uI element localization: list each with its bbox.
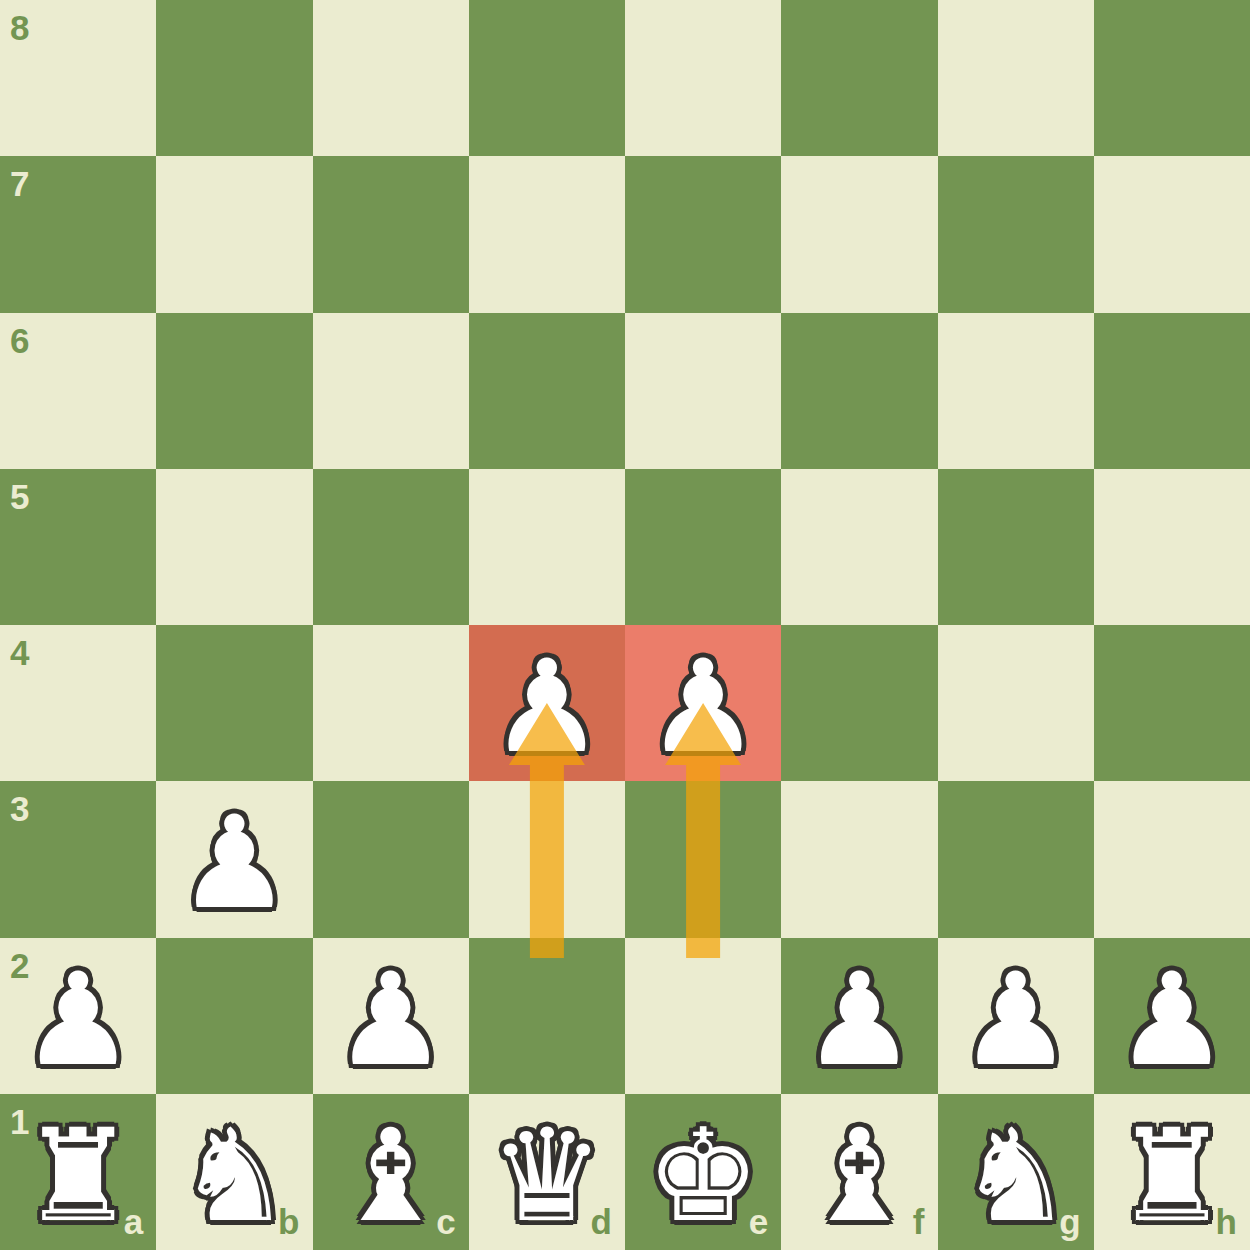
square-f4[interactable] (781, 625, 937, 781)
white-pawn-glyph: ♟ (21, 942, 136, 1098)
piece-white-bishop-f1[interactable]: ♝ (781, 1094, 937, 1250)
square-d5[interactable] (469, 469, 625, 625)
square-h8[interactable] (1094, 0, 1250, 156)
chess-board: 87654321abcdefgh♜♞♝♛♚♝♞♜♟♟♟♟♟♟♟♟ (0, 0, 1250, 1250)
white-king-glyph: ♚ (646, 1098, 761, 1250)
square-c6[interactable] (313, 313, 469, 469)
rank-label-3: 3 (10, 791, 29, 826)
square-d2[interactable] (469, 938, 625, 1094)
square-c8[interactable] (313, 0, 469, 156)
white-queen-glyph: ♛ (490, 1098, 605, 1250)
white-knight-glyph: ♞ (177, 1098, 292, 1250)
rank-label-7: 7 (10, 166, 29, 201)
white-rook-glyph: ♜ (21, 1098, 136, 1250)
white-pawn-glyph: ♟ (490, 629, 605, 785)
piece-white-pawn-c2[interactable]: ♟ (313, 938, 469, 1094)
square-h3[interactable] (1094, 781, 1250, 937)
square-e2[interactable] (625, 938, 781, 1094)
square-b5[interactable] (156, 469, 312, 625)
piece-white-rook-h1[interactable]: ♜ (1094, 1094, 1250, 1250)
square-f5[interactable] (781, 469, 937, 625)
square-f6[interactable] (781, 313, 937, 469)
white-bishop-glyph: ♝ (333, 1098, 448, 1250)
square-h7[interactable] (1094, 156, 1250, 312)
rank-label-5: 5 (10, 479, 29, 514)
white-knight-glyph: ♞ (958, 1098, 1073, 1250)
piece-white-knight-b1[interactable]: ♞ (156, 1094, 312, 1250)
square-f7[interactable] (781, 156, 937, 312)
square-c3[interactable] (313, 781, 469, 937)
square-g6[interactable] (938, 313, 1094, 469)
square-h5[interactable] (1094, 469, 1250, 625)
square-e3[interactable] (625, 781, 781, 937)
square-g8[interactable] (938, 0, 1094, 156)
white-pawn-glyph: ♟ (333, 942, 448, 1098)
rank-label-8: 8 (10, 10, 29, 45)
piece-white-king-e1[interactable]: ♚ (625, 1094, 781, 1250)
white-pawn-glyph: ♟ (177, 785, 292, 941)
square-e5[interactable] (625, 469, 781, 625)
square-c4[interactable] (313, 625, 469, 781)
white-pawn-glyph: ♟ (646, 629, 761, 785)
square-c5[interactable] (313, 469, 469, 625)
square-f3[interactable] (781, 781, 937, 937)
rank-label-6: 6 (10, 323, 29, 358)
white-pawn-glyph: ♟ (958, 942, 1073, 1098)
square-h6[interactable] (1094, 313, 1250, 469)
square-g7[interactable] (938, 156, 1094, 312)
rank-label-4: 4 (10, 635, 29, 670)
piece-white-pawn-a2[interactable]: ♟ (0, 938, 156, 1094)
square-e7[interactable] (625, 156, 781, 312)
square-d6[interactable] (469, 313, 625, 469)
square-g5[interactable] (938, 469, 1094, 625)
square-g3[interactable] (938, 781, 1094, 937)
white-rook-glyph: ♜ (1115, 1098, 1230, 1250)
square-b2[interactable] (156, 938, 312, 1094)
piece-white-pawn-e4[interactable]: ♟ (625, 625, 781, 781)
square-b7[interactable] (156, 156, 312, 312)
piece-white-knight-g1[interactable]: ♞ (938, 1094, 1094, 1250)
white-pawn-glyph: ♟ (1115, 942, 1230, 1098)
square-b8[interactable] (156, 0, 312, 156)
piece-white-queen-d1[interactable]: ♛ (469, 1094, 625, 1250)
piece-white-pawn-f2[interactable]: ♟ (781, 938, 937, 1094)
white-pawn-glyph: ♟ (802, 942, 917, 1098)
square-d8[interactable] (469, 0, 625, 156)
square-c7[interactable] (313, 156, 469, 312)
piece-white-pawn-h2[interactable]: ♟ (1094, 938, 1250, 1094)
square-d7[interactable] (469, 156, 625, 312)
piece-white-pawn-b3[interactable]: ♟ (156, 781, 312, 937)
square-g4[interactable] (938, 625, 1094, 781)
square-d3[interactable] (469, 781, 625, 937)
square-b6[interactable] (156, 313, 312, 469)
square-b4[interactable] (156, 625, 312, 781)
square-e8[interactable] (625, 0, 781, 156)
piece-white-rook-a1[interactable]: ♜ (0, 1094, 156, 1250)
white-bishop-glyph: ♝ (802, 1098, 917, 1250)
square-e6[interactable] (625, 313, 781, 469)
piece-white-pawn-d4[interactable]: ♟ (469, 625, 625, 781)
piece-white-bishop-c1[interactable]: ♝ (313, 1094, 469, 1250)
square-h4[interactable] (1094, 625, 1250, 781)
piece-white-pawn-g2[interactable]: ♟ (938, 938, 1094, 1094)
square-f8[interactable] (781, 0, 937, 156)
